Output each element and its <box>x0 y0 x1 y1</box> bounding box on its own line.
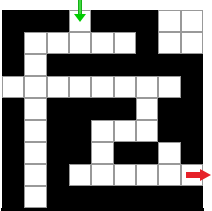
maze-wall-cell <box>69 54 91 76</box>
maze-wall-cell <box>2 32 24 54</box>
maze-path-cell <box>136 98 158 120</box>
maze-path-cell <box>136 76 158 98</box>
maze-path-cell <box>69 76 91 98</box>
maze-wall-cell <box>158 186 180 208</box>
maze-wall-cell <box>2 54 24 76</box>
maze-path-cell <box>24 120 46 142</box>
maze-diagram <box>0 0 212 211</box>
maze-path-cell <box>24 142 46 164</box>
maze-path-cell <box>24 76 46 98</box>
maze-path-cell <box>91 120 113 142</box>
entrance-arrow-head <box>74 14 86 22</box>
maze-path-cell <box>24 54 46 76</box>
maze-path-cell <box>158 142 180 164</box>
maze-wall-cell <box>136 186 158 208</box>
maze-path-cell <box>69 32 91 54</box>
maze-wall-cell <box>91 10 113 32</box>
maze-path-cell <box>24 32 46 54</box>
maze-wall-cell <box>181 98 203 120</box>
maze-path-cell <box>158 76 180 98</box>
maze-path-cell <box>24 98 46 120</box>
maze-wall-cell <box>69 186 91 208</box>
maze-wall-cell <box>2 164 24 186</box>
maze-path-cell <box>158 10 180 32</box>
maze-wall-cell <box>181 142 203 164</box>
maze-wall-cell <box>47 54 69 76</box>
maze-path-cell <box>91 142 113 164</box>
maze-wall-cell <box>181 54 203 76</box>
maze-wall-cell <box>47 120 69 142</box>
maze-path-cell <box>24 164 46 186</box>
maze-wall-cell <box>47 142 69 164</box>
maze-path-cell <box>181 10 203 32</box>
maze-path-cell <box>114 164 136 186</box>
maze-path-cell <box>114 120 136 142</box>
maze-wall-cell <box>47 164 69 186</box>
maze-wall-cell <box>114 10 136 32</box>
maze-path-cell <box>2 76 24 98</box>
maze-wall-cell <box>69 120 91 142</box>
maze-wall-cell <box>2 10 24 32</box>
maze-wall-cell <box>136 54 158 76</box>
maze-wall-cell <box>114 142 136 164</box>
maze-wall-cell <box>69 142 91 164</box>
maze-path-cell <box>91 32 113 54</box>
maze-wall-cell <box>114 186 136 208</box>
maze-wall-cell <box>47 10 69 32</box>
maze-path-cell <box>136 120 158 142</box>
maze-wall-cell <box>91 186 113 208</box>
maze-path-cell <box>47 32 69 54</box>
maze-wall-cell <box>2 142 24 164</box>
maze-path-cell <box>136 164 158 186</box>
maze-wall-cell <box>136 142 158 164</box>
maze-wall-cell <box>24 10 46 32</box>
exit-arrow-head <box>200 169 211 181</box>
maze-path-cell <box>47 76 69 98</box>
maze-wall-cell <box>181 186 203 208</box>
maze-wall-cell <box>158 120 180 142</box>
maze-path-cell <box>91 164 113 186</box>
maze-path-cell <box>158 32 180 54</box>
maze-wall-cell <box>181 120 203 142</box>
maze-path-cell <box>24 186 46 208</box>
maze-path-cell <box>181 32 203 54</box>
board-bottom-border <box>1 208 204 211</box>
maze-wall-cell <box>47 98 69 120</box>
maze-board <box>2 10 203 208</box>
maze-wall-cell <box>181 76 203 98</box>
maze-path-cell <box>158 164 180 186</box>
maze-wall-cell <box>91 54 113 76</box>
maze-path-cell <box>114 76 136 98</box>
maze-path-cell <box>114 32 136 54</box>
maze-wall-cell <box>2 120 24 142</box>
maze-wall-cell <box>114 98 136 120</box>
maze-wall-cell <box>2 98 24 120</box>
maze-wall-cell <box>47 186 69 208</box>
maze-wall-cell <box>2 186 24 208</box>
maze-path-cell <box>69 164 91 186</box>
maze-path-cell <box>91 76 113 98</box>
maze-wall-cell <box>136 32 158 54</box>
maze-wall-cell <box>158 98 180 120</box>
maze-wall-cell <box>114 54 136 76</box>
maze-wall-cell <box>69 98 91 120</box>
maze-wall-cell <box>91 98 113 120</box>
entrance-arrow-stem <box>78 0 82 15</box>
exit-arrow-shaft <box>186 172 201 178</box>
maze-wall-cell <box>136 10 158 32</box>
maze-wall-cell <box>158 54 180 76</box>
